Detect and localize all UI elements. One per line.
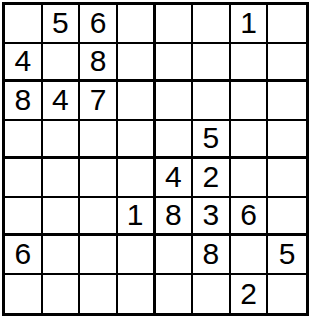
- cell-r2c6[interactable]: [193, 44, 231, 83]
- cell-r7c7[interactable]: [231, 236, 269, 275]
- cell-r1c7[interactable]: 1: [231, 5, 269, 44]
- cell-r1c3[interactable]: 6: [80, 5, 118, 44]
- cell-r8c7[interactable]: 2: [231, 275, 269, 314]
- cell-r6c1[interactable]: [5, 198, 43, 237]
- cell-r4c6[interactable]: 5: [193, 121, 231, 160]
- cell-r5c1[interactable]: [5, 159, 43, 198]
- cell-r1c1[interactable]: [5, 5, 43, 44]
- cell-r6c5[interactable]: 8: [156, 198, 194, 237]
- cell-r6c3[interactable]: [80, 198, 118, 237]
- cell-r7c4[interactable]: [118, 236, 156, 275]
- cell-r2c5[interactable]: [156, 44, 194, 83]
- cell-r8c6[interactable]: [193, 275, 231, 314]
- cell-r3c7[interactable]: [231, 82, 269, 121]
- cell-r7c1[interactable]: 6: [5, 236, 43, 275]
- cell-r5c3[interactable]: [80, 159, 118, 198]
- cell-r4c8[interactable]: [268, 121, 306, 160]
- cell-r4c1[interactable]: [5, 121, 43, 160]
- cell-r4c4[interactable]: [118, 121, 156, 160]
- cell-r7c3[interactable]: [80, 236, 118, 275]
- cell-r2c8[interactable]: [268, 44, 306, 83]
- cell-r5c7[interactable]: [231, 159, 269, 198]
- cell-r1c8[interactable]: [268, 5, 306, 44]
- cell-r2c1[interactable]: 4: [5, 44, 43, 83]
- cell-r7c6[interactable]: 8: [193, 236, 231, 275]
- cell-r7c8[interactable]: 5: [268, 236, 306, 275]
- cell-r3c1[interactable]: 8: [5, 82, 43, 121]
- cell-r5c5[interactable]: 4: [156, 159, 194, 198]
- cell-r3c5[interactable]: [156, 82, 194, 121]
- cell-r8c4[interactable]: [118, 275, 156, 314]
- cell-r3c4[interactable]: [118, 82, 156, 121]
- screenshot-root: 5614884754218366852: [0, 0, 312, 320]
- cell-r6c8[interactable]: [268, 198, 306, 237]
- cell-r7c5[interactable]: [156, 236, 194, 275]
- cell-r6c7[interactable]: 6: [231, 198, 269, 237]
- cell-r2c7[interactable]: [231, 44, 269, 83]
- cell-r3c8[interactable]: [268, 82, 306, 121]
- cell-r8c1[interactable]: [5, 275, 43, 314]
- cell-r5c2[interactable]: [43, 159, 81, 198]
- sudoku-board: 5614884754218366852: [2, 2, 309, 316]
- cell-r1c4[interactable]: [118, 5, 156, 44]
- cell-r3c2[interactable]: 4: [43, 82, 81, 121]
- cell-r2c2[interactable]: [43, 44, 81, 83]
- cell-r2c3[interactable]: 8: [80, 44, 118, 83]
- cell-r8c2[interactable]: [43, 275, 81, 314]
- cell-r5c4[interactable]: [118, 159, 156, 198]
- cell-r4c5[interactable]: [156, 121, 194, 160]
- cell-r3c3[interactable]: 7: [80, 82, 118, 121]
- cell-r6c4[interactable]: 1: [118, 198, 156, 237]
- cell-r5c8[interactable]: [268, 159, 306, 198]
- cell-r6c6[interactable]: 3: [193, 198, 231, 237]
- cell-r1c2[interactable]: 5: [43, 5, 81, 44]
- cell-r1c6[interactable]: [193, 5, 231, 44]
- cell-r7c2[interactable]: [43, 236, 81, 275]
- cell-r5c6[interactable]: 2: [193, 159, 231, 198]
- cell-r1c5[interactable]: [156, 5, 194, 44]
- cell-r6c2[interactable]: [43, 198, 81, 237]
- cell-r4c3[interactable]: [80, 121, 118, 160]
- cell-r4c7[interactable]: [231, 121, 269, 160]
- cell-r4c2[interactable]: [43, 121, 81, 160]
- cell-r8c8[interactable]: [268, 275, 306, 314]
- cell-r8c3[interactable]: [80, 275, 118, 314]
- cell-r2c4[interactable]: [118, 44, 156, 83]
- cell-r3c6[interactable]: [193, 82, 231, 121]
- cell-r8c5[interactable]: [156, 275, 194, 314]
